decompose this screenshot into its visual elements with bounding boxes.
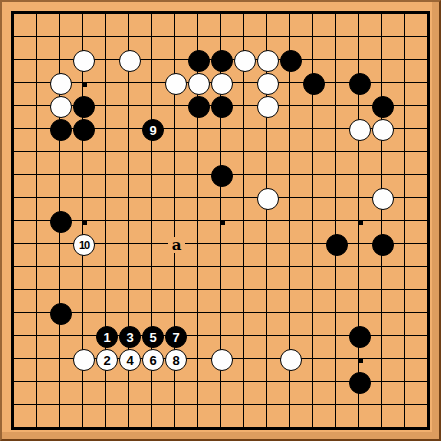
- white-stone: [372, 119, 394, 141]
- move-1-stone: 1: [96, 326, 118, 348]
- white-stone: [119, 50, 141, 72]
- move-number: 3: [126, 331, 133, 344]
- move-number: 6: [149, 354, 156, 367]
- black-stone: [211, 165, 233, 187]
- black-stone: [280, 50, 302, 72]
- move-number: 9: [149, 124, 156, 137]
- white-stone: [73, 50, 95, 72]
- white-stone: [257, 96, 279, 118]
- white-stone: [257, 50, 279, 72]
- board-bevel-bottom: [2, 432, 439, 439]
- white-stone: [165, 73, 187, 95]
- white-stone: [257, 73, 279, 95]
- black-stone: [73, 119, 95, 141]
- move-2-stone: 2: [96, 349, 118, 371]
- move-number: 7: [172, 331, 179, 344]
- white-stone: [211, 73, 233, 95]
- black-stone: [50, 119, 72, 141]
- move-number: 4: [126, 354, 133, 367]
- move-9-stone: 9: [142, 119, 164, 141]
- black-stone: [188, 96, 210, 118]
- black-stone: [50, 303, 72, 325]
- move-number: 10: [79, 240, 89, 251]
- board-bevel-right: [432, 2, 439, 439]
- white-stone: [349, 119, 371, 141]
- move-10-stone: 10: [73, 234, 95, 256]
- move-number: 8: [172, 354, 179, 367]
- white-stone: [257, 188, 279, 210]
- star-point: [82, 82, 87, 87]
- black-stone: [372, 234, 394, 256]
- star-point: [358, 358, 363, 363]
- white-stone: [211, 349, 233, 371]
- move-number: 1: [103, 331, 110, 344]
- black-stone: [349, 326, 371, 348]
- white-stone: [50, 73, 72, 95]
- move-3-stone: 3: [119, 326, 141, 348]
- go-board: 91013572468a: [0, 0, 441, 441]
- move-7-stone: 7: [165, 326, 187, 348]
- black-stone: [73, 96, 95, 118]
- move-4-stone: 4: [119, 349, 141, 371]
- move-8-stone: 8: [165, 349, 187, 371]
- move-5-stone: 5: [142, 326, 164, 348]
- white-stone: [280, 349, 302, 371]
- black-stone: [349, 372, 371, 394]
- move-number: 5: [149, 331, 156, 344]
- black-stone: [188, 50, 210, 72]
- star-point: [220, 220, 225, 225]
- white-stone: [50, 96, 72, 118]
- black-stone: [349, 73, 371, 95]
- white-stone: [73, 349, 95, 371]
- white-stone: [188, 73, 210, 95]
- star-point: [358, 220, 363, 225]
- move-6-stone: 6: [142, 349, 164, 371]
- white-stone: [234, 50, 256, 72]
- black-stone: [211, 50, 233, 72]
- star-point: [82, 220, 87, 225]
- white-stone: [372, 188, 394, 210]
- black-stone: [303, 73, 325, 95]
- black-stone: [372, 96, 394, 118]
- label-a: a: [168, 237, 185, 253]
- black-stone: [211, 96, 233, 118]
- black-stone: [326, 234, 348, 256]
- black-stone: [50, 211, 72, 233]
- move-number: 2: [103, 354, 110, 367]
